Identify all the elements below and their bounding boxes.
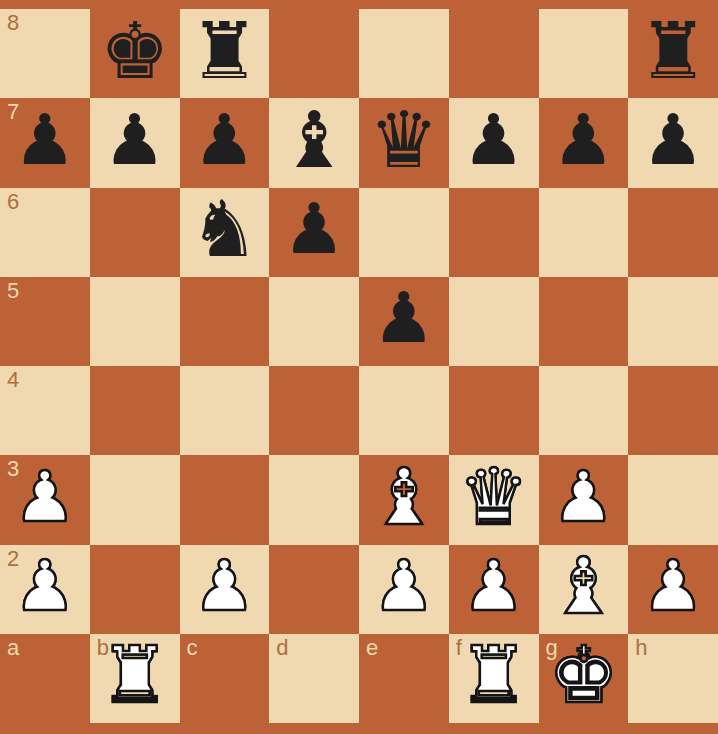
black-pawn-icon[interactable]: ♟ [283,194,346,264]
white-pawn-icon[interactable]: ♟ [552,462,615,532]
square-f1[interactable]: f♜ [449,634,539,723]
square-c5[interactable] [180,277,270,366]
rank-label-6: 6 [7,191,19,213]
square-c1[interactable]: c [180,634,270,723]
square-d1[interactable]: d [269,634,359,723]
black-pawn-icon[interactable]: ♟ [462,105,525,175]
white-rook-icon[interactable]: ♜ [459,636,529,714]
white-bishop-icon[interactable]: ♝ [548,547,618,625]
square-h3[interactable] [628,455,718,544]
square-b7[interactable]: ♟ [90,98,180,187]
square-a4[interactable]: 4 [0,366,90,455]
white-pawn-icon[interactable]: ♟ [13,462,76,532]
square-a3[interactable]: 3♟ [0,455,90,544]
file-label-e: e [366,637,378,659]
square-e5[interactable]: ♟ [359,277,449,366]
square-a6[interactable]: 6 [0,188,90,277]
file-label-c: c [187,637,198,659]
black-rook-icon[interactable]: ♜ [638,12,708,90]
square-a7[interactable]: 7♟ [0,98,90,187]
square-f7[interactable]: ♟ [449,98,539,187]
square-a8[interactable]: 8 [0,9,90,98]
white-pawn-icon[interactable]: ♟ [642,551,705,621]
square-b3[interactable] [90,455,180,544]
square-f2[interactable]: ♟ [449,545,539,634]
white-pawn-icon[interactable]: ♟ [193,551,256,621]
square-g2[interactable]: ♝ [539,545,629,634]
black-pawn-icon[interactable]: ♟ [642,105,705,175]
black-pawn-icon[interactable]: ♟ [103,105,166,175]
square-c6[interactable]: ♞ [180,188,270,277]
square-b1[interactable]: b♜ [90,634,180,723]
square-e2[interactable]: ♟ [359,545,449,634]
square-b5[interactable] [90,277,180,366]
square-e7[interactable]: ♛ [359,98,449,187]
square-h1[interactable]: h [628,634,718,723]
white-queen-icon[interactable]: ♛ [459,458,529,536]
square-g4[interactable] [539,366,629,455]
square-e6[interactable] [359,188,449,277]
square-c7[interactable]: ♟ [180,98,270,187]
white-pawn-icon[interactable]: ♟ [13,551,76,621]
square-f4[interactable] [449,366,539,455]
black-pawn-icon[interactable]: ♟ [372,283,435,353]
square-c3[interactable] [180,455,270,544]
square-h5[interactable] [628,277,718,366]
file-label-a: a [7,637,19,659]
square-g5[interactable] [539,277,629,366]
square-g1[interactable]: g♚ [539,634,629,723]
square-e4[interactable] [359,366,449,455]
black-queen-icon[interactable]: ♛ [369,101,439,179]
white-bishop-icon[interactable]: ♝ [369,458,439,536]
square-d5[interactable] [269,277,359,366]
black-pawn-icon[interactable]: ♟ [552,105,615,175]
square-d3[interactable] [269,455,359,544]
square-b6[interactable] [90,188,180,277]
square-d7[interactable]: ♝ [269,98,359,187]
white-pawn-icon[interactable]: ♟ [462,551,525,621]
black-bishop-icon[interactable]: ♝ [279,101,349,179]
square-a5[interactable]: 5 [0,277,90,366]
square-b8[interactable]: ♚ [90,9,180,98]
white-pawn-icon[interactable]: ♟ [372,551,435,621]
square-f5[interactable] [449,277,539,366]
rank-label-8: 8 [7,12,19,34]
black-knight-icon[interactable]: ♞ [189,190,259,268]
square-e3[interactable]: ♝ [359,455,449,544]
square-e1[interactable]: e [359,634,449,723]
square-e8[interactable] [359,9,449,98]
square-b4[interactable] [90,366,180,455]
rank-label-5: 5 [7,280,19,302]
square-g7[interactable]: ♟ [539,98,629,187]
square-g3[interactable]: ♟ [539,455,629,544]
square-h4[interactable] [628,366,718,455]
black-king-icon[interactable]: ♚ [100,12,170,90]
square-g6[interactable] [539,188,629,277]
black-rook-icon[interactable]: ♜ [189,12,259,90]
chess-board: 8♚♜♜7♟♟♟♝♛♟♟♟6♞♟5♟43♟♝♛♟2♟♟♟♟♝♟ab♜cdef♜g… [0,9,718,723]
square-d4[interactable] [269,366,359,455]
square-d6[interactable]: ♟ [269,188,359,277]
black-pawn-icon[interactable]: ♟ [13,105,76,175]
square-a1[interactable]: a [0,634,90,723]
square-c4[interactable] [180,366,270,455]
square-h2[interactable]: ♟ [628,545,718,634]
square-f3[interactable]: ♛ [449,455,539,544]
rank-label-4: 4 [7,369,19,391]
white-rook-icon[interactable]: ♜ [100,636,170,714]
file-label-d: d [276,637,288,659]
square-d2[interactable] [269,545,359,634]
square-d8[interactable] [269,9,359,98]
file-label-h: h [635,637,647,659]
square-f8[interactable] [449,9,539,98]
square-f6[interactable] [449,188,539,277]
square-b2[interactable] [90,545,180,634]
square-g8[interactable] [539,9,629,98]
square-h8[interactable]: ♜ [628,9,718,98]
square-h6[interactable] [628,188,718,277]
white-king-icon[interactable]: ♚ [548,636,618,714]
black-pawn-icon[interactable]: ♟ [193,105,256,175]
square-c2[interactable]: ♟ [180,545,270,634]
square-c8[interactable]: ♜ [180,9,270,98]
square-h7[interactable]: ♟ [628,98,718,187]
square-a2[interactable]: 2♟ [0,545,90,634]
